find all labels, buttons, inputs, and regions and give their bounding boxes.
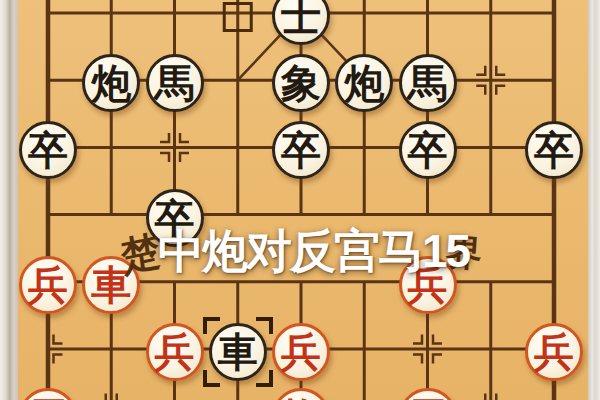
piece-glyph-advisor: 士 <box>281 0 321 37</box>
pieces-layer: 士炮馬象炮馬卒卒卒卒卒車兵車兵兵兵兵馬炮馬 <box>0 0 600 400</box>
piece-black-chariot[interactable]: 車 <box>209 323 267 381</box>
piece-glyph-soldier: 卒 <box>28 131 68 171</box>
piece-black-cannon[interactable]: 炮 <box>82 54 140 112</box>
piece-red-soldier[interactable]: 兵 <box>272 323 330 381</box>
piece-black-elephant[interactable]: 象 <box>272 54 330 112</box>
piece-black-horse[interactable]: 馬 <box>399 54 457 112</box>
piece-red-soldier[interactable]: 兵 <box>19 256 77 314</box>
piece-black-soldier[interactable]: 卒 <box>525 121 583 179</box>
video-title-overlay: 中炮对反宫马15 <box>158 221 469 283</box>
piece-black-advisor[interactable]: 士 <box>272 0 330 45</box>
piece-red-soldier[interactable]: 兵 <box>525 323 583 381</box>
piece-black-horse[interactable]: 馬 <box>146 54 204 112</box>
screenshot-root: 楚 界 士炮馬象炮馬卒卒卒卒卒車兵車兵兵兵兵馬炮馬 中炮对反宫马15 <box>0 0 600 400</box>
piece-glyph-soldier: 兵 <box>28 266 68 306</box>
piece-glyph-cannon: 炮 <box>91 64 131 104</box>
piece-glyph-soldier: 兵 <box>281 333 321 373</box>
piece-glyph-elephant: 象 <box>281 64 321 104</box>
piece-red-horse[interactable]: 馬 <box>399 388 457 400</box>
piece-black-soldier[interactable]: 卒 <box>272 121 330 179</box>
piece-glyph-cannon: 炮 <box>344 64 384 104</box>
piece-glyph-soldier: 卒 <box>534 131 574 171</box>
piece-glyph-soldier: 兵 <box>155 333 195 373</box>
piece-black-soldier[interactable]: 卒 <box>399 121 457 179</box>
piece-black-soldier[interactable]: 卒 <box>19 121 77 179</box>
piece-glyph-soldier: 兵 <box>534 333 574 373</box>
piece-red-horse[interactable]: 馬 <box>19 388 77 400</box>
piece-red-soldier[interactable]: 兵 <box>146 323 204 381</box>
piece-glyph-chariot: 車 <box>218 333 258 373</box>
piece-glyph-horse: 馬 <box>155 64 195 104</box>
river-label-chu: 楚 <box>118 223 164 285</box>
piece-glyph-soldier: 卒 <box>408 131 448 171</box>
piece-red-cannon[interactable]: 炮 <box>272 388 330 400</box>
piece-glyph-soldier: 卒 <box>281 131 321 171</box>
piece-glyph-horse: 馬 <box>408 64 448 104</box>
piece-black-cannon[interactable]: 炮 <box>335 54 393 112</box>
